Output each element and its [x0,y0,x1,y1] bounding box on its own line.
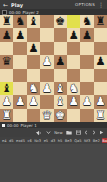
save-icon[interactable] [76,130,81,135]
square-a6[interactable] [0,42,13,55]
square-d6[interactable] [40,42,53,55]
move-token[interactable]: e4 [2,138,8,143]
square-e7[interactable] [54,28,67,41]
game-toolbar: New [0,128,107,137]
piece-black-rook: ♜ [95,15,105,28]
piece-black-bishop: ♝ [28,15,38,28]
move-token[interactable]: h5 [57,138,63,143]
piece-black-rook: ♜ [2,15,12,28]
square-g1[interactable] [80,109,93,122]
kebab-menu-icon[interactable]: ⋮ [98,0,104,9]
next-move-icon[interactable] [92,130,96,135]
square-e8[interactable]: ♚ [54,15,67,28]
new-game-button[interactable]: New [54,130,62,135]
piece-white-pawn: ♟ [2,95,12,108]
square-h2[interactable]: ♟ [94,95,107,108]
piece-white-pawn: ♟ [82,95,92,108]
square-g3[interactable] [80,82,93,95]
play-icon[interactable] [99,130,104,135]
square-h7[interactable] [94,28,107,41]
square-g2[interactable]: ♟ [80,95,93,108]
square-b1[interactable] [13,109,26,122]
square-c5[interactable] [27,55,40,68]
piece-white-king: ♚ [55,109,65,122]
square-d4[interactable] [40,69,53,82]
square-a3[interactable]: ♝ [0,82,13,95]
piece-white-pawn: ♟ [28,95,38,108]
piece-black-pawn: ♟ [82,29,92,42]
piece-white-rook: ♜ [95,109,105,122]
square-f6[interactable] [67,42,80,55]
piece-white-bishop: ♝ [55,82,65,95]
square-c4[interactable] [27,69,40,82]
piece-black-pawn: ♟ [15,29,25,42]
piece-black-bishop: ♝ [2,82,12,95]
square-h8[interactable]: ♜ [94,15,107,28]
square-f7[interactable]: ♟ [67,28,80,41]
piece-white-pawn: ♟ [15,95,25,108]
piece-black-king: ♚ [55,15,65,28]
square-f8[interactable] [67,15,80,28]
piece-black-pawn: ♟ [55,55,65,68]
square-c1[interactable] [27,109,40,122]
piece-white-knight: ♞ [28,82,38,95]
piece-black-queen: ♛ [2,55,12,68]
piece-white-pawn: ♟ [42,82,52,95]
square-g5[interactable] [80,55,93,68]
square-e1[interactable]: ♚ [54,109,67,122]
square-f2[interactable]: ♟ [67,95,80,108]
square-d3[interactable]: ♟ [40,82,53,95]
player-top-clock: 00:00 [9,10,21,15]
move-token[interactable]: e5 [43,138,49,143]
piece-black-knight: ♞ [82,15,92,28]
volume-icon[interactable] [36,130,42,136]
square-f1[interactable] [67,109,80,122]
piece-white-pawn: ♟ [42,55,52,68]
square-c8[interactable]: ♝ [27,15,40,28]
square-c6[interactable]: ♟ [27,42,40,55]
square-b8[interactable]: ♞ [13,15,26,28]
square-c7[interactable] [27,28,40,41]
piece-white-knight: ♞ [68,82,78,95]
player-bottom-clock: 00:00 [7,123,19,128]
square-c3[interactable]: ♞ [27,82,40,95]
square-h1[interactable]: ♜ [94,109,107,122]
chevron-down-icon[interactable] [46,130,51,135]
back-icon[interactable]: ← [3,0,8,9]
piece-white-pawn: ♟ [68,95,78,108]
square-b4[interactable] [13,69,26,82]
folder-icon[interactable] [66,130,72,135]
piece-black-pawn: ♟ [2,29,12,42]
square-f4[interactable] [67,69,80,82]
move-token[interactable]: Qa5 [74,138,82,143]
piece-black-knight: ♞ [15,15,25,28]
square-a1[interactable]: ♜ [0,109,13,122]
piece-white-pawn: ♟ [95,95,105,108]
square-f3[interactable]: ♞ [67,82,80,95]
page-title: Play [11,2,23,8]
options-button[interactable]: OPTIONS [75,2,95,7]
square-g8[interactable]: ♞ [80,15,93,28]
move-token[interactable]: d3 [50,138,56,143]
square-d8[interactable] [40,15,53,28]
square-h5[interactable]: ♟ [94,55,107,68]
square-b7[interactable]: ♟ [13,28,26,41]
square-a7[interactable]: ♟ [0,28,13,41]
move-token[interactable]: exd5 [16,138,26,143]
piece-white-queen: ♛ [42,109,52,122]
piece-white-rook: ♜ [2,109,12,122]
square-e5[interactable]: ♟ [54,55,67,68]
square-d7[interactable] [40,28,53,41]
square-c2[interactable]: ♟ [27,95,40,108]
piece-black-pawn: ♟ [95,55,105,68]
square-e3[interactable]: ♝ [54,82,67,95]
prev-move-icon[interactable] [84,130,88,135]
move-token[interactable]: c6 [27,138,32,143]
square-b2[interactable]: ♟ [13,95,26,108]
square-g7[interactable]: ♟ [80,28,93,41]
move-token-current[interactable]: Ba3 [102,138,107,143]
piece-white-bishop: ♝ [55,95,65,108]
app-bar: ← Play OPTIONS ⋮ [0,0,107,9]
move-token[interactable]: Be3 [64,138,72,143]
piece-black-pawn: ♟ [68,29,78,42]
player-top-name: Player 2 [23,10,39,15]
square-e4[interactable] [54,69,67,82]
square-d5[interactable]: ♟ [40,55,53,68]
move-token[interactable]: Nf3 [84,138,91,143]
square-h6[interactable] [94,42,107,55]
player-bottom-name: Player 1 [21,123,37,128]
square-d1[interactable]: ♛ [40,109,53,122]
square-a2[interactable]: ♟ [0,95,13,108]
chess-board: ♜♞♝♚♞♜♟♟♟♟♟♛♟♟♟♝♞♟♝♞♟♟♟♝♟♟♟♜♛♚♜ [0,15,107,122]
square-h4[interactable] [94,69,107,82]
square-g4[interactable] [80,69,93,82]
square-b6[interactable] [13,42,26,55]
move-token[interactable]: d5 [9,138,15,143]
piece-black-pawn: ♟ [28,42,38,55]
square-b3[interactable] [13,82,26,95]
square-d2[interactable] [40,95,53,108]
square-h3[interactable] [94,82,107,95]
square-e6[interactable] [54,42,67,55]
square-a4[interactable] [0,69,13,82]
square-f5[interactable] [67,55,80,68]
white-side-icon [2,124,5,127]
move-token[interactable]: Be2 [92,138,100,143]
square-a8[interactable]: ♜ [0,15,13,28]
move-token[interactable]: Nc3 [34,138,42,143]
black-side-icon [2,10,7,15]
move-list: e4d5exd5c6Nc3e5d3h5Be3Qa5Nf3Be2Ba3bxa3 [0,137,107,144]
square-g6[interactable] [80,42,93,55]
background-area [0,144,107,182]
square-e2[interactable]: ♝ [54,95,67,108]
square-a5[interactable]: ♛ [0,55,13,68]
square-b5[interactable] [13,55,26,68]
